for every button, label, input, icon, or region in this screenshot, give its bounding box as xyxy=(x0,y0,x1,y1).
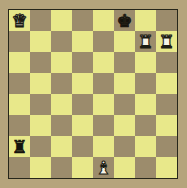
square-h1[interactable] xyxy=(156,157,177,178)
square-b7[interactable] xyxy=(30,31,51,52)
square-b2[interactable] xyxy=(30,136,51,157)
square-h5[interactable] xyxy=(156,73,177,94)
square-c7[interactable] xyxy=(51,31,72,52)
square-d2[interactable] xyxy=(72,136,93,157)
square-g5[interactable] xyxy=(135,73,156,94)
square-h4[interactable] xyxy=(156,94,177,115)
square-d8[interactable] xyxy=(72,10,93,31)
square-g3[interactable] xyxy=(135,115,156,136)
square-e2[interactable] xyxy=(93,136,114,157)
square-h3[interactable] xyxy=(156,115,177,136)
square-b3[interactable] xyxy=(30,115,51,136)
piece-white-rook[interactable]: ♜ xyxy=(156,31,177,52)
square-b1[interactable] xyxy=(30,157,51,178)
piece-white-queen[interactable]: ♛ xyxy=(9,10,30,31)
square-a6[interactable] xyxy=(9,52,30,73)
square-f8[interactable]: ♚ xyxy=(114,10,135,31)
square-h7[interactable]: ♜ xyxy=(156,31,177,52)
piece-white-bishop[interactable]: ♝ xyxy=(93,157,114,178)
square-e6[interactable] xyxy=(93,52,114,73)
square-b5[interactable] xyxy=(30,73,51,94)
square-c4[interactable] xyxy=(51,94,72,115)
square-g2[interactable] xyxy=(135,136,156,157)
square-g4[interactable] xyxy=(135,94,156,115)
square-g1[interactable] xyxy=(135,157,156,178)
square-d4[interactable] xyxy=(72,94,93,115)
square-d6[interactable] xyxy=(72,52,93,73)
square-h2[interactable] xyxy=(156,136,177,157)
square-g8[interactable] xyxy=(135,10,156,31)
square-e7[interactable] xyxy=(93,31,114,52)
square-h8[interactable] xyxy=(156,10,177,31)
square-e8[interactable] xyxy=(93,10,114,31)
square-c8[interactable] xyxy=(51,10,72,31)
square-e1[interactable]: ♝ xyxy=(93,157,114,178)
square-f1[interactable] xyxy=(114,157,135,178)
square-f5[interactable] xyxy=(114,73,135,94)
square-d5[interactable] xyxy=(72,73,93,94)
square-c2[interactable] xyxy=(51,136,72,157)
square-a3[interactable] xyxy=(9,115,30,136)
chess-board: ♛♚♜♜♜♝ xyxy=(8,9,178,179)
square-d7[interactable] xyxy=(72,31,93,52)
square-f2[interactable] xyxy=(114,136,135,157)
square-a5[interactable] xyxy=(9,73,30,94)
square-a8[interactable]: ♛ xyxy=(9,10,30,31)
square-c1[interactable] xyxy=(51,157,72,178)
square-f6[interactable] xyxy=(114,52,135,73)
square-c5[interactable] xyxy=(51,73,72,94)
square-h6[interactable] xyxy=(156,52,177,73)
square-f4[interactable] xyxy=(114,94,135,115)
piece-white-rook[interactable]: ♜ xyxy=(135,31,156,52)
square-a4[interactable] xyxy=(9,94,30,115)
square-f7[interactable] xyxy=(114,31,135,52)
square-b4[interactable] xyxy=(30,94,51,115)
square-a2[interactable]: ♜ xyxy=(9,136,30,157)
square-e3[interactable] xyxy=(93,115,114,136)
square-c3[interactable] xyxy=(51,115,72,136)
square-c6[interactable] xyxy=(51,52,72,73)
chess-board-window: ♛♚♜♜♜♝ xyxy=(0,0,187,188)
piece-black-king[interactable]: ♚ xyxy=(114,10,135,31)
square-e4[interactable] xyxy=(93,94,114,115)
square-e5[interactable] xyxy=(93,73,114,94)
square-b6[interactable] xyxy=(30,52,51,73)
square-f3[interactable] xyxy=(114,115,135,136)
square-g7[interactable]: ♜ xyxy=(135,31,156,52)
square-d3[interactable] xyxy=(72,115,93,136)
square-a1[interactable] xyxy=(9,157,30,178)
square-b8[interactable] xyxy=(30,10,51,31)
square-a7[interactable] xyxy=(9,31,30,52)
square-d1[interactable] xyxy=(72,157,93,178)
piece-black-rook[interactable]: ♜ xyxy=(9,136,30,157)
square-g6[interactable] xyxy=(135,52,156,73)
